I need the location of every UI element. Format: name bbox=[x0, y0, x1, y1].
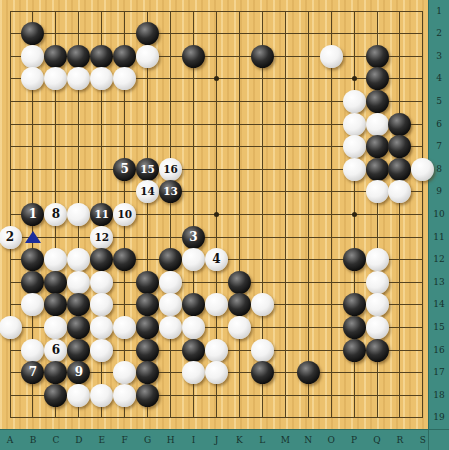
stone-Q6 bbox=[366, 113, 389, 136]
stone-L14 bbox=[251, 293, 274, 316]
stone-F15 bbox=[113, 316, 136, 339]
col-label-Q: Q bbox=[370, 434, 384, 446]
stone-F3 bbox=[113, 45, 136, 68]
col-label-K: K bbox=[232, 434, 246, 446]
row-label-19: 19 bbox=[429, 412, 449, 423]
stone-I16 bbox=[182, 339, 205, 362]
row-label-15: 15 bbox=[429, 322, 449, 333]
stone-L17 bbox=[251, 361, 274, 384]
stone-A11 bbox=[0, 226, 22, 249]
row-label-4: 4 bbox=[429, 73, 449, 84]
stone-O3 bbox=[320, 45, 343, 68]
stone-Q8 bbox=[366, 158, 389, 181]
stone-Q12 bbox=[366, 248, 389, 271]
row-label-5: 5 bbox=[429, 96, 449, 107]
stone-C16 bbox=[44, 339, 67, 362]
stone-H8 bbox=[159, 158, 182, 181]
board-edge-shadow bbox=[0, 429, 449, 430]
stone-Q3 bbox=[366, 45, 389, 68]
stone-Q9 bbox=[366, 180, 389, 203]
grid-line bbox=[308, 11, 309, 418]
row-label-1: 1 bbox=[429, 6, 449, 17]
col-label-A: A bbox=[3, 434, 17, 446]
col-label-O: O bbox=[324, 434, 338, 446]
row-label-10: 10 bbox=[429, 209, 449, 220]
stone-D13 bbox=[67, 271, 90, 294]
stone-Q5 bbox=[366, 90, 389, 113]
stone-C18 bbox=[44, 384, 67, 407]
stone-D18 bbox=[67, 384, 90, 407]
stone-G3 bbox=[136, 45, 159, 68]
stone-J12 bbox=[205, 248, 228, 271]
col-label-I: I bbox=[187, 434, 201, 446]
stone-J17 bbox=[205, 361, 228, 384]
stone-B13 bbox=[21, 271, 44, 294]
col-label-N: N bbox=[301, 434, 315, 446]
stone-Q15 bbox=[366, 316, 389, 339]
col-label-M: M bbox=[278, 434, 292, 446]
row-label-2: 2 bbox=[429, 28, 449, 39]
grid-line bbox=[10, 417, 423, 418]
col-label-S: S bbox=[416, 434, 430, 446]
stone-P7 bbox=[343, 135, 366, 158]
stone-G15 bbox=[136, 316, 159, 339]
col-label-J: J bbox=[209, 434, 223, 446]
stone-A15 bbox=[0, 316, 22, 339]
stone-P16 bbox=[343, 339, 366, 362]
row-label-6: 6 bbox=[429, 119, 449, 130]
star-point bbox=[214, 212, 219, 217]
grid-line bbox=[10, 237, 423, 238]
col-label-R: R bbox=[393, 434, 407, 446]
stone-C13 bbox=[44, 271, 67, 294]
stone-L16 bbox=[251, 339, 274, 362]
stone-E10 bbox=[90, 203, 113, 226]
stone-I12 bbox=[182, 248, 205, 271]
col-label-H: H bbox=[164, 434, 178, 446]
star-point bbox=[352, 212, 357, 217]
stone-G16 bbox=[136, 339, 159, 362]
stone-I11 bbox=[182, 226, 205, 249]
stone-G8 bbox=[136, 158, 159, 181]
col-label-L: L bbox=[255, 434, 269, 446]
row-label-16: 16 bbox=[429, 345, 449, 356]
stone-Q7 bbox=[366, 135, 389, 158]
grid-line bbox=[239, 11, 240, 418]
stone-E16 bbox=[90, 339, 113, 362]
col-label-B: B bbox=[26, 434, 40, 446]
col-label-E: E bbox=[95, 434, 109, 446]
stone-C3 bbox=[44, 45, 67, 68]
star-point bbox=[352, 76, 357, 81]
row-label-7: 7 bbox=[429, 141, 449, 152]
stone-K13 bbox=[228, 271, 251, 294]
stone-Q14 bbox=[366, 293, 389, 316]
stone-P5 bbox=[343, 90, 366, 113]
stone-E18 bbox=[90, 384, 113, 407]
row-label-17: 17 bbox=[429, 367, 449, 378]
grid-line bbox=[399, 11, 400, 418]
stone-P12 bbox=[343, 248, 366, 271]
grid-line bbox=[331, 11, 332, 418]
row-label-9: 9 bbox=[429, 186, 449, 197]
stone-H15 bbox=[159, 316, 182, 339]
stone-P8 bbox=[343, 158, 366, 181]
stone-B16 bbox=[21, 339, 44, 362]
stone-R6 bbox=[388, 113, 411, 136]
stone-G18 bbox=[136, 384, 159, 407]
stone-K15 bbox=[228, 316, 251, 339]
stone-F18 bbox=[113, 384, 136, 407]
stone-I17 bbox=[182, 361, 205, 384]
stone-E3 bbox=[90, 45, 113, 68]
row-label-3: 3 bbox=[429, 51, 449, 62]
go-diagram: 1234567891011121314151612345678910111213… bbox=[0, 0, 449, 450]
board-edge-shadow bbox=[428, 0, 429, 450]
grid-line bbox=[422, 11, 423, 418]
grid-line bbox=[285, 11, 286, 418]
stone-Q13 bbox=[366, 271, 389, 294]
row-label-18: 18 bbox=[429, 390, 449, 401]
row-label-11: 11 bbox=[429, 232, 449, 243]
stone-E15 bbox=[90, 316, 113, 339]
stone-P6 bbox=[343, 113, 366, 136]
stone-P15 bbox=[343, 316, 366, 339]
stone-B3 bbox=[21, 45, 44, 68]
stone-E11 bbox=[90, 226, 113, 249]
stone-Q4 bbox=[366, 67, 389, 90]
row-label-12: 12 bbox=[429, 254, 449, 265]
stone-I15 bbox=[182, 316, 205, 339]
col-label-F: F bbox=[118, 434, 132, 446]
stone-N17 bbox=[297, 361, 320, 384]
row-label-14: 14 bbox=[429, 299, 449, 310]
col-label-P: P bbox=[347, 434, 361, 446]
stone-G13 bbox=[136, 271, 159, 294]
stone-D16 bbox=[67, 339, 90, 362]
col-label-D: D bbox=[72, 434, 86, 446]
row-label-8: 8 bbox=[429, 164, 449, 175]
stone-D3 bbox=[67, 45, 90, 68]
stone-P14 bbox=[343, 293, 366, 316]
stone-I3 bbox=[182, 45, 205, 68]
stone-F8 bbox=[113, 158, 136, 181]
stone-J16 bbox=[205, 339, 228, 362]
stone-F10 bbox=[113, 203, 136, 226]
triangle-marker bbox=[25, 231, 41, 243]
col-label-G: G bbox=[141, 434, 155, 446]
stone-E13 bbox=[90, 271, 113, 294]
col-label-C: C bbox=[49, 434, 63, 446]
row-label-13: 13 bbox=[429, 277, 449, 288]
stone-Q16 bbox=[366, 339, 389, 362]
stone-H13 bbox=[159, 271, 182, 294]
stone-L3 bbox=[251, 45, 274, 68]
